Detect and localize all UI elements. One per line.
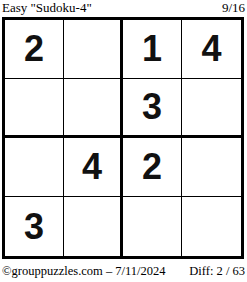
cell-r4c3[interactable] <box>123 197 182 256</box>
cell-r3c4[interactable] <box>182 138 241 197</box>
cell-r3c1[interactable] <box>5 138 64 197</box>
cell-r4c2[interactable] <box>64 197 123 256</box>
cell-r4c4[interactable] <box>182 197 241 256</box>
cell-r1c1[interactable]: 2 <box>5 20 64 79</box>
cell-r1c3[interactable]: 1 <box>123 20 182 79</box>
cell-r1c4[interactable]: 4 <box>182 20 241 79</box>
cell-r4c1[interactable]: 3 <box>5 197 64 256</box>
cell-r2c1[interactable] <box>5 79 64 138</box>
difficulty-text: Diff: 2 / 63 <box>189 265 245 278</box>
copyright-text: ©grouppuzzles.com – 7/11/2024 <box>2 265 166 278</box>
sudoku-grid: 2143423 <box>2 17 244 259</box>
page-number: 9/16 <box>222 1 245 15</box>
puzzle-title: Easy "Sudoku-4" <box>2 1 92 15</box>
cell-r2c4[interactable] <box>182 79 241 138</box>
cell-r1c2[interactable] <box>64 20 123 79</box>
puzzle-page: Easy "Sudoku-4" 9/16 2143423 ©grouppuzzl… <box>0 0 247 282</box>
cell-r3c3[interactable]: 2 <box>123 138 182 197</box>
cell-r3c2[interactable]: 4 <box>64 138 123 197</box>
cell-r2c3[interactable]: 3 <box>123 79 182 138</box>
page-footer: ©grouppuzzles.com – 7/11/2024 Diff: 2 / … <box>0 259 247 278</box>
page-header: Easy "Sudoku-4" 9/16 <box>0 0 247 16</box>
cell-r2c2[interactable] <box>64 79 123 138</box>
